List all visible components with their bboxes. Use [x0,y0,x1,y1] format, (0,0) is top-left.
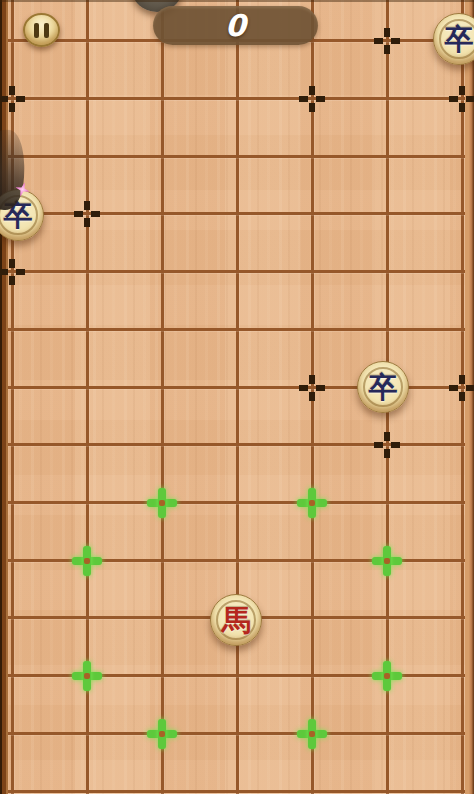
pause-icon [34,23,39,38]
board-point-marker [0,258,26,286]
pause-icon [44,23,49,38]
grid-line-horizontal [3,501,465,504]
piece-glyph: 卒 [445,25,474,54]
board-point-marker [448,85,474,113]
game-screen: 卒卒卒馬 0 [0,0,474,794]
board-point-marker [73,200,101,228]
grid-line-horizontal [3,270,465,273]
move-hint-marker[interactable] [297,719,327,749]
board-point-marker [0,85,26,113]
move-hint-marker[interactable] [72,661,102,691]
piece-glyph: 馬 [222,606,251,635]
move-hint-marker[interactable] [372,546,402,576]
move-hint-marker[interactable] [72,546,102,576]
grid-line-horizontal [3,732,465,735]
board-left-border [0,0,8,794]
piece-black-soldier-1[interactable]: 卒 [433,13,474,65]
piece-glyph: 卒 [369,373,398,402]
grid-line-horizontal [3,97,465,100]
grid-line-horizontal [3,328,465,331]
grid-line-horizontal [3,790,465,793]
board-point-marker [298,85,326,113]
piece-black-soldier-3[interactable]: 卒 [357,361,409,413]
move-hint-marker[interactable] [297,488,327,518]
score-value: 0 [225,8,246,43]
move-hint-marker[interactable] [147,719,177,749]
move-hint-marker[interactable] [372,661,402,691]
grid-line-horizontal [3,155,465,158]
pause-button[interactable] [23,13,60,47]
board-point-marker [448,374,474,402]
board-point-marker [373,27,401,55]
piece-red-horse[interactable]: 馬 [210,594,262,646]
screen-top-shadow [0,0,474,2]
board-point-marker [298,374,326,402]
board-point-marker [373,431,401,459]
score-pill: 0 [153,6,318,45]
move-hint-marker[interactable] [147,488,177,518]
